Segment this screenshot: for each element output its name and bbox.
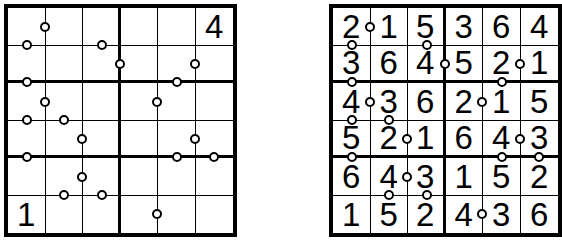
cell-r2c2: 6 bbox=[371, 46, 409, 84]
consecutive-dot bbox=[190, 134, 200, 144]
cell-r6c1: 1 bbox=[333, 196, 371, 234]
cell-r1c4[interactable] bbox=[121, 8, 159, 46]
cell-r5c5: 5 bbox=[483, 158, 521, 196]
consecutive-dot bbox=[347, 115, 357, 125]
consecutive-dot bbox=[365, 97, 375, 107]
cell-r6c2: 5 bbox=[371, 196, 409, 234]
consecutive-dot bbox=[402, 172, 412, 182]
cell-r6c3: 2 bbox=[408, 196, 446, 234]
cell-r1c6: 4 bbox=[196, 8, 234, 46]
puzzle-grid: 41 bbox=[4, 4, 237, 237]
consecutive-dot bbox=[22, 77, 32, 87]
cell-r1c5: 6 bbox=[483, 8, 521, 46]
consecutive-dot bbox=[440, 59, 450, 69]
cell-r1c5[interactable] bbox=[158, 8, 196, 46]
consecutive-dot bbox=[209, 152, 219, 162]
cell-r3c5: 1 bbox=[483, 83, 521, 121]
consecutive-dot bbox=[477, 209, 487, 219]
cell-r3c3: 6 bbox=[408, 83, 446, 121]
consecutive-dot bbox=[347, 40, 357, 50]
cell-r3c5[interactable] bbox=[158, 83, 196, 121]
cell-r2c4: 5 bbox=[446, 46, 484, 84]
cell-r1c2: 1 bbox=[371, 8, 409, 46]
cell-r4c3[interactable] bbox=[83, 121, 121, 159]
consecutive-dot bbox=[402, 134, 412, 144]
consecutive-dot bbox=[172, 152, 182, 162]
consecutive-dot bbox=[22, 152, 32, 162]
cell-r6c6[interactable] bbox=[196, 196, 234, 234]
cell-r6c3[interactable] bbox=[83, 196, 121, 234]
consecutive-dot bbox=[22, 40, 32, 50]
cell-r6c5: 3 bbox=[483, 196, 521, 234]
consecutive-dot bbox=[77, 134, 87, 144]
consecutive-dot bbox=[40, 22, 50, 32]
cell-r4c4[interactable] bbox=[121, 121, 159, 159]
consecutive-dot bbox=[422, 190, 432, 200]
cell-r5c4: 1 bbox=[446, 158, 484, 196]
cell-r2c6: 1 bbox=[521, 46, 559, 84]
cell-r4c3: 1 bbox=[408, 121, 446, 159]
consecutive-dot bbox=[347, 152, 357, 162]
cell-r6c6: 6 bbox=[521, 196, 559, 234]
cell-r1c4: 3 bbox=[446, 8, 484, 46]
puzzle-cells: 41 bbox=[8, 8, 233, 233]
consecutive-dot bbox=[515, 59, 525, 69]
consecutive-dot bbox=[477, 97, 487, 107]
consecutive-dot bbox=[59, 115, 69, 125]
cell-r5c1[interactable] bbox=[8, 158, 46, 196]
cell-r3c6[interactable] bbox=[196, 83, 234, 121]
consecutive-dot bbox=[40, 97, 50, 107]
solution-grid: 215364364521436215521643643152152436 bbox=[329, 4, 562, 237]
cell-r5c6[interactable] bbox=[196, 158, 234, 196]
consecutive-dot bbox=[497, 152, 507, 162]
consecutive-dot bbox=[152, 97, 162, 107]
cell-r6c5[interactable] bbox=[158, 196, 196, 234]
consecutive-dot bbox=[384, 190, 394, 200]
consecutive-dot bbox=[365, 22, 375, 32]
page: 41 215364364521436215521643643152152436 bbox=[0, 0, 562, 240]
cell-r3c6: 5 bbox=[521, 83, 559, 121]
consecutive-dot bbox=[172, 77, 182, 87]
cell-r5c4[interactable] bbox=[121, 158, 159, 196]
cell-r2c6[interactable] bbox=[196, 46, 234, 84]
cell-r5c6: 2 bbox=[521, 158, 559, 196]
cell-r1c6: 4 bbox=[521, 8, 559, 46]
consecutive-dot bbox=[152, 209, 162, 219]
consecutive-dot bbox=[534, 152, 544, 162]
consecutive-dot bbox=[384, 115, 394, 125]
cell-r5c1: 6 bbox=[333, 158, 371, 196]
consecutive-dot bbox=[97, 40, 107, 50]
consecutive-dot bbox=[347, 77, 357, 87]
consecutive-dot bbox=[22, 115, 32, 125]
consecutive-dot bbox=[97, 190, 107, 200]
cell-r4c4: 6 bbox=[446, 121, 484, 159]
cell-r6c1: 1 bbox=[8, 196, 46, 234]
consecutive-dot bbox=[77, 172, 87, 182]
cell-r1c2[interactable] bbox=[46, 8, 84, 46]
consecutive-dot bbox=[422, 40, 432, 50]
consecutive-dot bbox=[515, 134, 525, 144]
cell-r6c2[interactable] bbox=[46, 196, 84, 234]
cell-r5c5[interactable] bbox=[158, 158, 196, 196]
consecutive-dot bbox=[190, 59, 200, 69]
cell-r2c4[interactable] bbox=[121, 46, 159, 84]
consecutive-dot bbox=[115, 59, 125, 69]
cell-r3c3[interactable] bbox=[83, 83, 121, 121]
consecutive-dot bbox=[497, 77, 507, 87]
solution-cells: 215364364521436215521643643152152436 bbox=[333, 8, 558, 233]
consecutive-dot bbox=[59, 190, 69, 200]
cell-r2c2[interactable] bbox=[46, 46, 84, 84]
